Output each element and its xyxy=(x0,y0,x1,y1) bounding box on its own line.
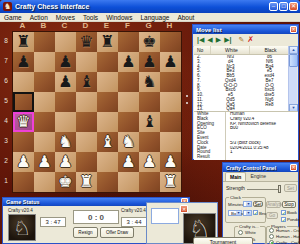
square-c4[interactable] xyxy=(55,112,76,132)
white-pawn-g2: ♟ xyxy=(139,152,160,172)
square-d2[interactable] xyxy=(76,152,97,172)
square-h6[interactable] xyxy=(160,72,181,92)
rank-label-5: 5 xyxy=(1,91,11,111)
combo-arrow-icon[interactable]: ▼ xyxy=(246,202,251,206)
minimize-button[interactable]: – xyxy=(269,2,278,11)
black-clock-field: 3 : 44 xyxy=(121,217,147,227)
square-b7[interactable] xyxy=(34,52,55,72)
bonus-checkbox[interactable]: ✓ xyxy=(253,210,258,215)
chess-board: ♜♛♜♚♟♟♟♟♟♟♝♞♛♝♞♝♞♟♟♟♟♟♟♚♜♜ xyxy=(12,31,182,193)
move-table-header: NoWhiteBlack xyxy=(194,46,289,55)
players-label: Human - Crafty xyxy=(276,228,300,233)
move-list-titlebar[interactable]: Move list ✕ xyxy=(193,25,298,34)
black-bishop-d6: ♝ xyxy=(76,72,97,92)
move-list-close-icon[interactable]: ✕ xyxy=(290,26,297,33)
rank-label-3: 3 xyxy=(1,131,11,151)
square-g6[interactable]: ♞ xyxy=(139,72,160,92)
bonus-value-select[interactable]: 3▼ xyxy=(243,210,252,216)
move-list-title: Move list xyxy=(193,27,222,33)
scrollbar-thumb[interactable] xyxy=(289,54,298,67)
tournament-button[interactable]: Tournament xyxy=(193,237,253,244)
white-knight-photo: ♘ xyxy=(8,214,36,241)
square-b4[interactable] xyxy=(34,112,55,132)
white-rook-d1: ♜ xyxy=(76,172,97,192)
ponder-checkbox[interactable]: ✓ xyxy=(281,217,286,222)
square-h3[interactable] xyxy=(160,132,181,152)
file-label-f: F xyxy=(117,21,138,31)
square-e6[interactable] xyxy=(97,72,118,92)
control-panel-title: Crafty Control Panel xyxy=(223,165,276,171)
square-g5[interactable] xyxy=(139,92,160,112)
column-header-black[interactable]: Black xyxy=(250,46,289,54)
square-c5[interactable] xyxy=(55,92,76,112)
square-d5[interactable] xyxy=(76,92,97,112)
square-h8[interactable] xyxy=(160,32,181,52)
first-icon[interactable]: |◀ xyxy=(197,34,204,46)
square-e8[interactable]: ♜ xyxy=(97,32,118,52)
square-c1[interactable]: ♚ xyxy=(55,172,76,192)
square-e4[interactable] xyxy=(97,112,118,132)
square-a7[interactable]: ♟ xyxy=(13,52,34,72)
file-labels: ABCDEFGH xyxy=(12,21,180,31)
square-f6[interactable] xyxy=(118,72,139,92)
square-d3[interactable] xyxy=(76,132,97,152)
book-label: Book xyxy=(287,210,297,215)
info-row-result: Result xyxy=(194,155,298,160)
rank-labels: 87654321 xyxy=(1,31,11,191)
file-label-e: E xyxy=(96,21,117,31)
square-e1[interactable] xyxy=(97,172,118,192)
square-d4[interactable] xyxy=(76,112,97,132)
white-knight-c3: ♞ xyxy=(55,132,76,152)
move-table-rows: 2.Nf3d63.d4Nf64.Nc3Bg45.Be3e56.Bb5exd47.… xyxy=(194,55,289,113)
square-f5[interactable] xyxy=(118,92,139,112)
square-a2[interactable]: ♟ xyxy=(13,152,34,172)
white-pawn-h2: ♟ xyxy=(160,152,181,172)
square-g3[interactable] xyxy=(139,132,160,152)
maximize-button[interactable]: □ xyxy=(279,2,288,11)
delete-icon[interactable]: ✗ xyxy=(247,34,254,46)
move-list-panel: Move list ✕ |◀◀▶▶|✎✗ NoWhiteBlack 2.Nf3d… xyxy=(192,24,299,160)
white-bishop-e3: ♝ xyxy=(97,132,118,152)
square-c7[interactable]: ♟ xyxy=(55,52,76,72)
square-g2[interactable]: ♟ xyxy=(139,152,160,172)
strength-set-button[interactable]: Set xyxy=(284,184,297,192)
last-icon[interactable]: ▶| xyxy=(224,34,231,46)
go-button[interactable]: Go xyxy=(266,212,278,219)
previous-icon[interactable]: ◀ xyxy=(207,34,212,46)
game-clock: 0 : 0 xyxy=(73,210,119,224)
square-e3[interactable]: ♝ xyxy=(97,132,118,152)
minutes-select[interactable]: 5▼ xyxy=(243,201,252,207)
strength-label: Strength xyxy=(226,185,245,191)
black-bishop-g4: ♝ xyxy=(139,112,160,132)
black-pawn-c6: ♟ xyxy=(55,72,76,92)
square-h5[interactable] xyxy=(160,92,181,112)
players-radio-human-crafty[interactable] xyxy=(269,228,274,233)
bonus-select[interactable]: Bonus▼ xyxy=(228,210,242,216)
square-a4[interactable]: ♛ xyxy=(13,112,34,132)
black-pawn-c7: ♟ xyxy=(55,52,76,72)
control-panel-close-icon[interactable]: ✕ xyxy=(290,164,297,171)
black-pawn-f7: ♟ xyxy=(118,52,139,72)
players-radio-human-human[interactable] xyxy=(269,234,274,239)
clock-set-button[interactable]: Set xyxy=(253,201,263,207)
square-b2[interactable]: ♟ xyxy=(34,152,55,172)
column-header-no[interactable]: No xyxy=(194,46,211,54)
square-g1[interactable] xyxy=(139,172,160,192)
stop-button[interactable]: Stop xyxy=(282,201,296,208)
black-pawn-h7: ♟ xyxy=(160,52,181,72)
next-icon[interactable]: ▶ xyxy=(216,34,221,46)
clock-group: Clock xyxy=(225,195,266,223)
square-g4[interactable]: ♝ xyxy=(139,112,160,132)
rank-label-2: 2 xyxy=(1,151,11,171)
tab-engine[interactable]: Engine xyxy=(246,172,270,181)
white-player-label: Crafty v20.4 xyxy=(8,208,33,213)
white-knight-f3: ♞ xyxy=(118,132,139,152)
move-table: NoWhiteBlack 2.Nf3d63.d4Nf64.Nc3Bg45.Be3… xyxy=(194,46,289,113)
edit-icon[interactable]: ✎ xyxy=(238,34,244,46)
white-pawn-a2: ♟ xyxy=(13,152,34,172)
rank-label-1: 1 xyxy=(1,171,11,191)
combo-arrow-icon[interactable]: ▼ xyxy=(236,211,241,215)
square-b3[interactable] xyxy=(34,132,55,152)
file-label-d: D xyxy=(75,21,96,31)
minutes-label: Minutes xyxy=(228,202,243,207)
resign-button[interactable]: Resign xyxy=(73,227,98,238)
crafty-is-label: White xyxy=(245,230,256,235)
control-panel-tabs: MainEngine xyxy=(223,172,298,182)
players-label: Human - Human xyxy=(276,234,300,239)
black-player-label: Crafty v20.4 xyxy=(121,208,146,213)
control-panel-titlebar[interactable]: Crafty Control Panel ✕ xyxy=(223,163,298,172)
column-header-white[interactable]: White xyxy=(211,46,250,54)
square-e2[interactable] xyxy=(97,152,118,172)
black-rook-a8: ♜ xyxy=(13,32,34,52)
black-queen-d8: ♛ xyxy=(76,32,97,52)
crafty-is-radio-white[interactable] xyxy=(238,230,243,235)
strength-slider-thumb[interactable] xyxy=(278,185,281,193)
black-pawn-g7: ♟ xyxy=(139,52,160,72)
square-f8[interactable] xyxy=(118,32,139,52)
white-pawn-c2: ♟ xyxy=(55,152,76,172)
white-queen-a4: ♛ xyxy=(13,112,34,132)
file-label-b: B xyxy=(33,21,54,31)
game-status-title: Game Status xyxy=(3,199,40,205)
square-h4[interactable] xyxy=(160,112,181,132)
crafty-chess-window: ♞ Crafty Chess Interface – □ ✕ GameActio… xyxy=(0,0,300,244)
square-g8[interactable]: ♚ xyxy=(139,32,160,52)
square-g7[interactable]: ♟ xyxy=(139,52,160,72)
square-f2[interactable]: ♟ xyxy=(118,152,139,172)
square-f4[interactable] xyxy=(118,112,139,132)
white-clock-field: 3 : 47 xyxy=(40,217,66,227)
move-entry-close-icon[interactable]: ✕ xyxy=(180,205,188,213)
white-pawn-f2: ♟ xyxy=(118,152,139,172)
square-a1[interactable] xyxy=(13,172,34,192)
rank-label-6: 6 xyxy=(1,71,11,91)
white-pawn-b2: ♟ xyxy=(34,152,55,172)
players-radio-crafty-crafty[interactable] xyxy=(269,240,274,244)
splitter-dot xyxy=(186,95,188,97)
file-label-c: C xyxy=(54,21,75,31)
black-pawn-a7: ♟ xyxy=(13,52,34,72)
close-button[interactable]: ✕ xyxy=(289,2,298,11)
white-king-c1: ♚ xyxy=(55,172,76,192)
rank-label-7: 7 xyxy=(1,51,11,71)
rank-label-8: 8 xyxy=(1,31,11,51)
ponder-label: Ponder xyxy=(287,217,300,222)
splitter-dot xyxy=(186,102,188,104)
white-rook-h1: ♜ xyxy=(160,172,181,192)
square-f1[interactable] xyxy=(118,172,139,192)
players-label: Crafty - Crafty xyxy=(276,240,300,244)
control-panel-body: Strength Set Clock Minutes 5▼ Set Bonus▼… xyxy=(223,182,298,244)
file-label-h: H xyxy=(159,21,180,31)
scroll-up-icon[interactable]: ▲ xyxy=(289,46,298,54)
title-bar[interactable]: ♞ Crafty Chess Interface – □ ✕ xyxy=(0,0,300,13)
square-a6[interactable] xyxy=(13,72,34,92)
app-knight-icon: ♞ xyxy=(3,2,12,11)
square-b8[interactable] xyxy=(34,32,55,52)
square-f7[interactable]: ♟ xyxy=(118,52,139,72)
square-h1[interactable]: ♜ xyxy=(160,172,181,192)
square-e7[interactable] xyxy=(97,52,118,72)
black-king-g8: ♚ xyxy=(139,32,160,52)
square-c6[interactable]: ♟ xyxy=(55,72,76,92)
rank-label-4: 4 xyxy=(1,111,11,131)
square-c2[interactable]: ♟ xyxy=(55,152,76,172)
strength-slider[interactable] xyxy=(247,189,281,190)
square-a3[interactable] xyxy=(13,132,34,152)
square-b5[interactable] xyxy=(34,92,55,112)
file-label-g: G xyxy=(138,21,159,31)
crafty-control-panel: Crafty Control Panel ✕ MainEngine Streng… xyxy=(222,162,299,244)
square-b1[interactable] xyxy=(34,172,55,192)
black-rook-e8: ♜ xyxy=(97,32,118,52)
square-a5[interactable] xyxy=(13,92,34,112)
move-entry-input[interactable] xyxy=(151,208,179,224)
square-h7[interactable]: ♟ xyxy=(160,52,181,72)
game-info-list: WhiteHumanBlackCrafty v20.4OpeningKP, Ni… xyxy=(194,111,298,160)
square-f3[interactable]: ♞ xyxy=(118,132,139,152)
offer-draw-button[interactable]: Offer Draw xyxy=(100,227,134,238)
square-b6[interactable] xyxy=(34,72,55,92)
square-c8[interactable] xyxy=(55,32,76,52)
file-label-a: A xyxy=(12,21,33,31)
black-knight-g6: ♞ xyxy=(139,72,160,92)
move-list-scrollbar[interactable]: ▲ ▼ xyxy=(288,46,297,112)
square-c3[interactable]: ♞ xyxy=(55,132,76,152)
analyze-button[interactable]: Analyze xyxy=(266,201,281,208)
book-checkbox[interactable]: ✓ xyxy=(281,210,286,215)
square-e5[interactable] xyxy=(97,92,118,112)
square-d6[interactable]: ♝ xyxy=(76,72,97,92)
window-title: Crafty Chess Interface xyxy=(15,3,89,10)
square-d1[interactable]: ♜ xyxy=(76,172,97,192)
square-d8[interactable]: ♛ xyxy=(76,32,97,52)
square-h2[interactable]: ♟ xyxy=(160,152,181,172)
square-d7[interactable] xyxy=(76,52,97,72)
square-a8[interactable]: ♜ xyxy=(13,32,34,52)
combo-arrow-icon[interactable]: ▼ xyxy=(246,211,251,215)
tab-main[interactable]: Main xyxy=(225,172,246,181)
